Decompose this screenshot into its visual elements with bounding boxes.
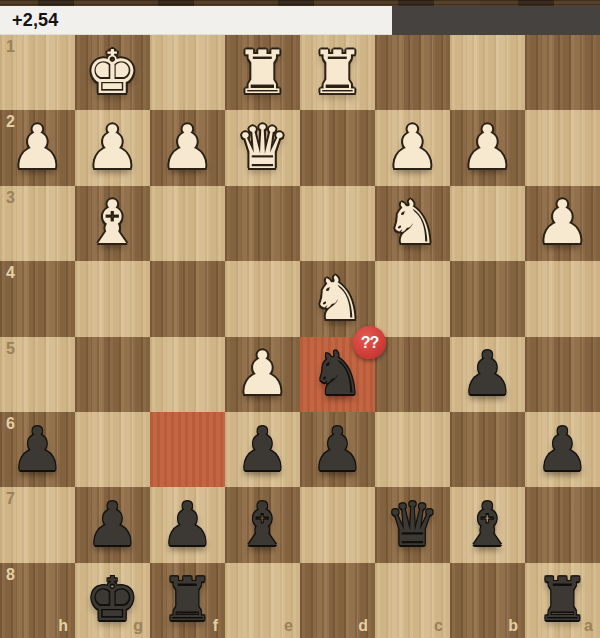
square-d3[interactable] [300, 186, 375, 261]
black-bishop[interactable]: ♝ [236, 494, 290, 554]
eval-bar: +2,54 [0, 6, 600, 35]
square-d6[interactable]: ♟ [300, 412, 375, 487]
square-f1[interactable] [150, 35, 225, 110]
white-pawn[interactable]: ♟ [536, 192, 590, 252]
white-queen[interactable]: ♛ [236, 117, 290, 177]
black-pawn[interactable]: ♟ [311, 419, 365, 479]
square-b5[interactable]: ♟ [450, 337, 525, 412]
square-g7[interactable]: ♟ [75, 487, 150, 562]
white-pawn[interactable]: ♟ [236, 343, 290, 403]
black-pawn[interactable]: ♟ [86, 494, 140, 554]
black-pawn[interactable]: ♟ [236, 419, 290, 479]
square-f6[interactable] [150, 412, 225, 487]
file-label-c: c [434, 618, 443, 634]
square-e4[interactable] [225, 261, 300, 336]
square-b7[interactable]: ♝ [450, 487, 525, 562]
square-b6[interactable] [450, 412, 525, 487]
black-rook[interactable]: ♜ [161, 569, 215, 629]
square-a1[interactable] [525, 35, 600, 110]
square-f3[interactable] [150, 186, 225, 261]
square-e8[interactable]: e [225, 563, 300, 638]
file-label-d: d [358, 618, 368, 634]
rank-label-7: 7 [6, 491, 15, 507]
black-rook[interactable]: ♜ [536, 569, 590, 629]
black-queen[interactable]: ♛ [386, 494, 440, 554]
square-e7[interactable]: ♝ [225, 487, 300, 562]
square-a3[interactable]: ♟ [525, 186, 600, 261]
square-c3[interactable]: ♞ [375, 186, 450, 261]
white-pawn[interactable]: ♟ [11, 117, 65, 177]
square-h7[interactable]: 7 [0, 487, 75, 562]
square-g6[interactable] [75, 412, 150, 487]
square-d8[interactable]: d [300, 563, 375, 638]
file-label-e: e [284, 618, 293, 634]
square-g2[interactable]: ♟ [75, 110, 150, 185]
rank-label-4: 4 [6, 265, 15, 281]
square-g5[interactable] [75, 337, 150, 412]
black-pawn[interactable]: ♟ [461, 343, 515, 403]
rank-label-8: 8 [6, 567, 15, 583]
square-h5[interactable]: 5 [0, 337, 75, 412]
square-a5[interactable] [525, 337, 600, 412]
white-knight[interactable]: ♞ [386, 192, 440, 252]
chess-board: ?? 1♚♜♜2♟♟♟♛♟♟3♝♞♟4♞5♟♞♟6♟♟♟♟7♟♟♝♛♝8hg♚f… [0, 35, 600, 638]
square-d2[interactable] [300, 110, 375, 185]
white-pawn[interactable]: ♟ [386, 117, 440, 177]
square-g1[interactable]: ♚ [75, 35, 150, 110]
square-a4[interactable] [525, 261, 600, 336]
square-a7[interactable] [525, 487, 600, 562]
square-a6[interactable]: ♟ [525, 412, 600, 487]
square-b2[interactable]: ♟ [450, 110, 525, 185]
square-f4[interactable] [150, 261, 225, 336]
white-knight[interactable]: ♞ [311, 268, 365, 328]
black-king[interactable]: ♚ [86, 569, 140, 629]
square-c7[interactable]: ♛ [375, 487, 450, 562]
rank-label-5: 5 [6, 341, 15, 357]
eval-score: +2,54 [0, 10, 59, 31]
square-g3[interactable]: ♝ [75, 186, 150, 261]
blunder-badge: ?? [353, 326, 386, 359]
top-wood-strip: +2,54 [0, 0, 600, 35]
black-pawn[interactable]: ♟ [536, 419, 590, 479]
black-bishop[interactable]: ♝ [461, 494, 515, 554]
square-e3[interactable] [225, 186, 300, 261]
square-c2[interactable]: ♟ [375, 110, 450, 185]
file-label-h: h [58, 618, 68, 634]
square-d7[interactable] [300, 487, 375, 562]
square-c1[interactable] [375, 35, 450, 110]
file-label-b: b [508, 618, 518, 634]
eval-bar-white-section: +2,54 [0, 6, 392, 35]
square-b1[interactable] [450, 35, 525, 110]
eval-bar-black-section [392, 6, 600, 35]
black-pawn[interactable]: ♟ [161, 494, 215, 554]
square-c5[interactable] [375, 337, 450, 412]
white-pawn[interactable]: ♟ [86, 117, 140, 177]
square-h6[interactable]: 6♟ [0, 412, 75, 487]
square-e6[interactable]: ♟ [225, 412, 300, 487]
black-pawn[interactable]: ♟ [11, 419, 65, 479]
square-e1[interactable]: ♜ [225, 35, 300, 110]
square-h1[interactable]: 1 [0, 35, 75, 110]
square-h2[interactable]: 2♟ [0, 110, 75, 185]
square-a2[interactable] [525, 110, 600, 185]
white-rook[interactable]: ♜ [236, 42, 290, 102]
rank-label-3: 3 [6, 190, 15, 206]
square-a8[interactable]: a♜ [525, 563, 600, 638]
square-h8[interactable]: 8h [0, 563, 75, 638]
square-h4[interactable]: 4 [0, 261, 75, 336]
white-pawn[interactable]: ♟ [461, 117, 515, 177]
square-f5[interactable] [150, 337, 225, 412]
square-f7[interactable]: ♟ [150, 487, 225, 562]
square-e5[interactable]: ♟ [225, 337, 300, 412]
square-g4[interactable] [75, 261, 150, 336]
square-c8[interactable]: c [375, 563, 450, 638]
square-d4[interactable]: ♞ [300, 261, 375, 336]
square-h3[interactable]: 3 [0, 186, 75, 261]
white-bishop[interactable]: ♝ [86, 192, 140, 252]
square-c4[interactable] [375, 261, 450, 336]
square-b3[interactable] [450, 186, 525, 261]
square-c6[interactable] [375, 412, 450, 487]
white-king[interactable]: ♚ [86, 42, 140, 102]
square-f8[interactable]: f♜ [150, 563, 225, 638]
rank-label-1: 1 [6, 39, 15, 55]
square-e2[interactable]: ♛ [225, 110, 300, 185]
square-g8[interactable]: g♚ [75, 563, 150, 638]
square-b4[interactable] [450, 261, 525, 336]
white-rook[interactable]: ♜ [311, 42, 365, 102]
square-b8[interactable]: b [450, 563, 525, 638]
square-d1[interactable]: ♜ [300, 35, 375, 110]
square-f2[interactable]: ♟ [150, 110, 225, 185]
white-pawn[interactable]: ♟ [161, 117, 215, 177]
